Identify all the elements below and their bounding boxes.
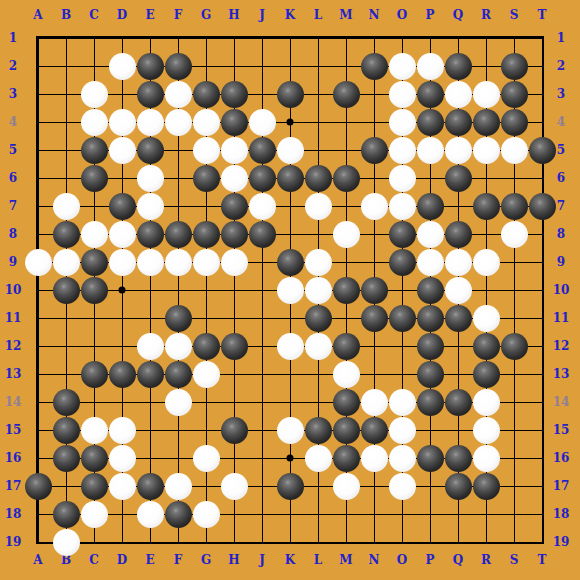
intersection-R5[interactable] (472, 136, 500, 164)
intersection-T12[interactable] (528, 332, 556, 360)
intersection-O10[interactable] (388, 276, 416, 304)
intersection-R12[interactable] (472, 332, 500, 360)
intersection-F8[interactable] (164, 220, 192, 248)
intersection-M13[interactable] (332, 360, 360, 388)
intersection-M14[interactable] (332, 388, 360, 416)
intersection-O15[interactable] (388, 416, 416, 444)
intersection-L16[interactable] (304, 444, 332, 472)
intersection-D9[interactable] (108, 248, 136, 276)
intersection-M3[interactable] (332, 80, 360, 108)
intersection-C10[interactable] (80, 276, 108, 304)
intersection-Q7[interactable] (444, 192, 472, 220)
intersection-K16[interactable] (276, 444, 304, 472)
intersection-B13[interactable] (52, 360, 80, 388)
intersection-E7[interactable] (136, 192, 164, 220)
intersection-B16[interactable] (52, 444, 80, 472)
intersection-S15[interactable] (500, 416, 528, 444)
intersection-R15[interactable] (472, 416, 500, 444)
intersection-F3[interactable] (164, 80, 192, 108)
intersection-P7[interactable] (416, 192, 444, 220)
intersection-H13[interactable] (220, 360, 248, 388)
intersection-Q11[interactable] (444, 304, 472, 332)
intersection-J14[interactable] (248, 388, 276, 416)
intersection-P8[interactable] (416, 220, 444, 248)
intersection-Q17[interactable] (444, 472, 472, 500)
intersection-R14[interactable] (472, 388, 500, 416)
intersection-O6[interactable] (388, 164, 416, 192)
intersection-E19[interactable] (136, 528, 164, 556)
intersection-K7[interactable] (276, 192, 304, 220)
intersection-Q19[interactable] (444, 528, 472, 556)
intersection-M8[interactable] (332, 220, 360, 248)
intersection-R16[interactable] (472, 444, 500, 472)
intersection-L15[interactable] (304, 416, 332, 444)
intersection-D14[interactable] (108, 388, 136, 416)
intersection-H12[interactable] (220, 332, 248, 360)
intersection-B1[interactable] (52, 24, 80, 52)
intersection-E15[interactable] (136, 416, 164, 444)
intersection-K12[interactable] (276, 332, 304, 360)
intersection-L1[interactable] (304, 24, 332, 52)
intersection-T8[interactable] (528, 220, 556, 248)
intersection-K3[interactable] (276, 80, 304, 108)
intersection-M15[interactable] (332, 416, 360, 444)
intersection-Q18[interactable] (444, 500, 472, 528)
intersection-J15[interactable] (248, 416, 276, 444)
intersection-Q16[interactable] (444, 444, 472, 472)
intersection-M1[interactable] (332, 24, 360, 52)
intersection-L9[interactable] (304, 248, 332, 276)
intersection-E1[interactable] (136, 24, 164, 52)
intersection-N8[interactable] (360, 220, 388, 248)
intersection-K14[interactable] (276, 388, 304, 416)
intersection-O14[interactable] (388, 388, 416, 416)
intersection-N4[interactable] (360, 108, 388, 136)
intersection-K18[interactable] (276, 500, 304, 528)
intersection-J10[interactable] (248, 276, 276, 304)
intersection-M2[interactable] (332, 52, 360, 80)
intersection-F4[interactable] (164, 108, 192, 136)
intersection-E12[interactable] (136, 332, 164, 360)
intersection-L3[interactable] (304, 80, 332, 108)
intersection-F14[interactable] (164, 388, 192, 416)
intersection-R17[interactable] (472, 472, 500, 500)
intersection-C13[interactable] (80, 360, 108, 388)
intersection-D2[interactable] (108, 52, 136, 80)
intersection-B7[interactable] (52, 192, 80, 220)
intersection-T18[interactable] (528, 500, 556, 528)
intersection-O7[interactable] (388, 192, 416, 220)
intersection-E16[interactable] (136, 444, 164, 472)
intersection-N12[interactable] (360, 332, 388, 360)
intersection-L4[interactable] (304, 108, 332, 136)
intersection-A3[interactable] (24, 80, 52, 108)
intersection-S17[interactable] (500, 472, 528, 500)
intersection-C5[interactable] (80, 136, 108, 164)
intersection-J13[interactable] (248, 360, 276, 388)
intersection-B18[interactable] (52, 500, 80, 528)
intersection-K9[interactable] (276, 248, 304, 276)
intersection-L10[interactable] (304, 276, 332, 304)
intersection-L17[interactable] (304, 472, 332, 500)
intersection-N6[interactable] (360, 164, 388, 192)
intersection-L18[interactable] (304, 500, 332, 528)
intersection-T14[interactable] (528, 388, 556, 416)
intersection-J4[interactable] (248, 108, 276, 136)
intersection-S9[interactable] (500, 248, 528, 276)
intersection-T17[interactable] (528, 472, 556, 500)
intersection-A19[interactable] (24, 528, 52, 556)
intersection-S19[interactable] (500, 528, 528, 556)
intersection-D13[interactable] (108, 360, 136, 388)
intersection-C11[interactable] (80, 304, 108, 332)
intersection-O9[interactable] (388, 248, 416, 276)
intersection-H3[interactable] (220, 80, 248, 108)
intersection-D7[interactable] (108, 192, 136, 220)
intersection-K13[interactable] (276, 360, 304, 388)
intersection-Q12[interactable] (444, 332, 472, 360)
intersection-G13[interactable] (192, 360, 220, 388)
intersection-E3[interactable] (136, 80, 164, 108)
intersection-E10[interactable] (136, 276, 164, 304)
intersection-M9[interactable] (332, 248, 360, 276)
intersection-G1[interactable] (192, 24, 220, 52)
intersection-B15[interactable] (52, 416, 80, 444)
intersection-P17[interactable] (416, 472, 444, 500)
intersection-O11[interactable] (388, 304, 416, 332)
intersection-P5[interactable] (416, 136, 444, 164)
intersection-O4[interactable] (388, 108, 416, 136)
intersection-K19[interactable] (276, 528, 304, 556)
intersection-K17[interactable] (276, 472, 304, 500)
intersection-P3[interactable] (416, 80, 444, 108)
intersection-F9[interactable] (164, 248, 192, 276)
intersection-N19[interactable] (360, 528, 388, 556)
intersection-A16[interactable] (24, 444, 52, 472)
intersection-Q5[interactable] (444, 136, 472, 164)
intersection-C7[interactable] (80, 192, 108, 220)
intersection-E13[interactable] (136, 360, 164, 388)
intersection-Q4[interactable] (444, 108, 472, 136)
intersection-E11[interactable] (136, 304, 164, 332)
intersection-N2[interactable] (360, 52, 388, 80)
intersection-E18[interactable] (136, 500, 164, 528)
intersection-K5[interactable] (276, 136, 304, 164)
intersection-R9[interactable] (472, 248, 500, 276)
intersection-J18[interactable] (248, 500, 276, 528)
intersection-K15[interactable] (276, 416, 304, 444)
intersection-A14[interactable] (24, 388, 52, 416)
intersection-F1[interactable] (164, 24, 192, 52)
intersection-A13[interactable] (24, 360, 52, 388)
intersection-T15[interactable] (528, 416, 556, 444)
intersection-A6[interactable] (24, 164, 52, 192)
intersection-C9[interactable] (80, 248, 108, 276)
intersection-F10[interactable] (164, 276, 192, 304)
intersection-D10[interactable] (108, 276, 136, 304)
intersection-Q15[interactable] (444, 416, 472, 444)
intersection-B3[interactable] (52, 80, 80, 108)
intersection-K10[interactable] (276, 276, 304, 304)
intersection-R7[interactable] (472, 192, 500, 220)
intersection-F17[interactable] (164, 472, 192, 500)
intersection-D3[interactable] (108, 80, 136, 108)
intersection-G12[interactable] (192, 332, 220, 360)
intersection-R10[interactable] (472, 276, 500, 304)
intersection-J1[interactable] (248, 24, 276, 52)
intersection-E5[interactable] (136, 136, 164, 164)
intersection-H1[interactable] (220, 24, 248, 52)
intersection-B9[interactable] (52, 248, 80, 276)
intersection-C18[interactable] (80, 500, 108, 528)
intersection-B14[interactable] (52, 388, 80, 416)
intersection-H4[interactable] (220, 108, 248, 136)
intersection-O8[interactable] (388, 220, 416, 248)
intersection-J16[interactable] (248, 444, 276, 472)
intersection-F18[interactable] (164, 500, 192, 528)
intersection-R3[interactable] (472, 80, 500, 108)
intersection-G15[interactable] (192, 416, 220, 444)
intersection-S8[interactable] (500, 220, 528, 248)
intersection-D15[interactable] (108, 416, 136, 444)
intersection-H15[interactable] (220, 416, 248, 444)
intersection-J7[interactable] (248, 192, 276, 220)
intersection-S13[interactable] (500, 360, 528, 388)
intersection-O1[interactable] (388, 24, 416, 52)
intersection-T13[interactable] (528, 360, 556, 388)
intersection-A8[interactable] (24, 220, 52, 248)
intersection-K1[interactable] (276, 24, 304, 52)
intersection-Q1[interactable] (444, 24, 472, 52)
intersection-R13[interactable] (472, 360, 500, 388)
intersection-T19[interactable] (528, 528, 556, 556)
intersection-H19[interactable] (220, 528, 248, 556)
intersection-K6[interactable] (276, 164, 304, 192)
intersection-N10[interactable] (360, 276, 388, 304)
intersection-B8[interactable] (52, 220, 80, 248)
intersection-P2[interactable] (416, 52, 444, 80)
intersection-H14[interactable] (220, 388, 248, 416)
intersection-D18[interactable] (108, 500, 136, 528)
intersection-N17[interactable] (360, 472, 388, 500)
intersection-C16[interactable] (80, 444, 108, 472)
intersection-D19[interactable] (108, 528, 136, 556)
intersection-H8[interactable] (220, 220, 248, 248)
intersection-P10[interactable] (416, 276, 444, 304)
intersection-E4[interactable] (136, 108, 164, 136)
intersection-M7[interactable] (332, 192, 360, 220)
intersection-G19[interactable] (192, 528, 220, 556)
intersection-M10[interactable] (332, 276, 360, 304)
intersection-P6[interactable] (416, 164, 444, 192)
intersection-A5[interactable] (24, 136, 52, 164)
intersection-T5[interactable] (528, 136, 556, 164)
intersection-H5[interactable] (220, 136, 248, 164)
intersection-R8[interactable] (472, 220, 500, 248)
intersection-M6[interactable] (332, 164, 360, 192)
intersection-J9[interactable] (248, 248, 276, 276)
intersection-L8[interactable] (304, 220, 332, 248)
intersection-J12[interactable] (248, 332, 276, 360)
intersection-G14[interactable] (192, 388, 220, 416)
intersection-R4[interactable] (472, 108, 500, 136)
intersection-Q9[interactable] (444, 248, 472, 276)
intersection-F16[interactable] (164, 444, 192, 472)
intersection-S11[interactable] (500, 304, 528, 332)
intersection-O17[interactable] (388, 472, 416, 500)
intersection-L12[interactable] (304, 332, 332, 360)
intersection-D4[interactable] (108, 108, 136, 136)
intersection-C1[interactable] (80, 24, 108, 52)
intersection-H16[interactable] (220, 444, 248, 472)
intersection-F12[interactable] (164, 332, 192, 360)
intersection-S12[interactable] (500, 332, 528, 360)
intersection-H17[interactable] (220, 472, 248, 500)
intersection-T16[interactable] (528, 444, 556, 472)
intersection-G18[interactable] (192, 500, 220, 528)
intersection-T7[interactable] (528, 192, 556, 220)
intersection-D11[interactable] (108, 304, 136, 332)
intersection-A4[interactable] (24, 108, 52, 136)
intersection-D5[interactable] (108, 136, 136, 164)
intersection-N15[interactable] (360, 416, 388, 444)
intersection-T11[interactable] (528, 304, 556, 332)
intersection-R6[interactable] (472, 164, 500, 192)
intersection-D1[interactable] (108, 24, 136, 52)
intersection-G8[interactable] (192, 220, 220, 248)
intersection-F2[interactable] (164, 52, 192, 80)
intersection-B6[interactable] (52, 164, 80, 192)
intersection-F6[interactable] (164, 164, 192, 192)
intersection-H9[interactable] (220, 248, 248, 276)
intersection-T6[interactable] (528, 164, 556, 192)
intersection-F15[interactable] (164, 416, 192, 444)
intersection-M4[interactable] (332, 108, 360, 136)
intersection-Q14[interactable] (444, 388, 472, 416)
intersection-G4[interactable] (192, 108, 220, 136)
intersection-E17[interactable] (136, 472, 164, 500)
intersection-G5[interactable] (192, 136, 220, 164)
intersection-M16[interactable] (332, 444, 360, 472)
intersection-S2[interactable] (500, 52, 528, 80)
intersection-N11[interactable] (360, 304, 388, 332)
intersection-L6[interactable] (304, 164, 332, 192)
intersection-L5[interactable] (304, 136, 332, 164)
intersection-A18[interactable] (24, 500, 52, 528)
intersection-B12[interactable] (52, 332, 80, 360)
intersection-A9[interactable] (24, 248, 52, 276)
intersection-F11[interactable] (164, 304, 192, 332)
intersection-B10[interactable] (52, 276, 80, 304)
intersection-S10[interactable] (500, 276, 528, 304)
intersection-E8[interactable] (136, 220, 164, 248)
intersection-O19[interactable] (388, 528, 416, 556)
intersection-P14[interactable] (416, 388, 444, 416)
intersection-M11[interactable] (332, 304, 360, 332)
intersection-N1[interactable] (360, 24, 388, 52)
intersection-P19[interactable] (416, 528, 444, 556)
intersection-D6[interactable] (108, 164, 136, 192)
intersection-N9[interactable] (360, 248, 388, 276)
intersection-C14[interactable] (80, 388, 108, 416)
intersection-B5[interactable] (52, 136, 80, 164)
intersection-H2[interactable] (220, 52, 248, 80)
intersection-D12[interactable] (108, 332, 136, 360)
intersection-P15[interactable] (416, 416, 444, 444)
intersection-O12[interactable] (388, 332, 416, 360)
intersection-A2[interactable] (24, 52, 52, 80)
intersection-S6[interactable] (500, 164, 528, 192)
intersection-C6[interactable] (80, 164, 108, 192)
intersection-P13[interactable] (416, 360, 444, 388)
intersection-G11[interactable] (192, 304, 220, 332)
intersection-Q8[interactable] (444, 220, 472, 248)
intersection-P18[interactable] (416, 500, 444, 528)
intersection-T2[interactable] (528, 52, 556, 80)
intersection-L19[interactable] (304, 528, 332, 556)
intersection-M18[interactable] (332, 500, 360, 528)
intersection-J17[interactable] (248, 472, 276, 500)
intersection-T4[interactable] (528, 108, 556, 136)
intersection-E6[interactable] (136, 164, 164, 192)
intersection-G2[interactable] (192, 52, 220, 80)
intersection-Q13[interactable] (444, 360, 472, 388)
intersection-L14[interactable] (304, 388, 332, 416)
intersection-A17[interactable] (24, 472, 52, 500)
intersection-F5[interactable] (164, 136, 192, 164)
intersection-G10[interactable] (192, 276, 220, 304)
intersection-D16[interactable] (108, 444, 136, 472)
intersection-R19[interactable] (472, 528, 500, 556)
intersection-B2[interactable] (52, 52, 80, 80)
intersection-H6[interactable] (220, 164, 248, 192)
intersection-O2[interactable] (388, 52, 416, 80)
intersection-B17[interactable] (52, 472, 80, 500)
intersection-H10[interactable] (220, 276, 248, 304)
intersection-G7[interactable] (192, 192, 220, 220)
intersection-J5[interactable] (248, 136, 276, 164)
intersection-J2[interactable] (248, 52, 276, 80)
intersection-L13[interactable] (304, 360, 332, 388)
intersection-M5[interactable] (332, 136, 360, 164)
intersection-G16[interactable] (192, 444, 220, 472)
intersection-N3[interactable] (360, 80, 388, 108)
intersection-H18[interactable] (220, 500, 248, 528)
intersection-S16[interactable] (500, 444, 528, 472)
intersection-M19[interactable] (332, 528, 360, 556)
intersection-T1[interactable] (528, 24, 556, 52)
intersection-A7[interactable] (24, 192, 52, 220)
intersection-C17[interactable] (80, 472, 108, 500)
intersection-A10[interactable] (24, 276, 52, 304)
intersection-T3[interactable] (528, 80, 556, 108)
intersection-C12[interactable] (80, 332, 108, 360)
intersection-E14[interactable] (136, 388, 164, 416)
intersection-K2[interactable] (276, 52, 304, 80)
intersection-S18[interactable] (500, 500, 528, 528)
intersection-C8[interactable] (80, 220, 108, 248)
intersection-E2[interactable] (136, 52, 164, 80)
intersection-A11[interactable] (24, 304, 52, 332)
intersection-P12[interactable] (416, 332, 444, 360)
intersection-A12[interactable] (24, 332, 52, 360)
intersection-J8[interactable] (248, 220, 276, 248)
intersection-O3[interactable] (388, 80, 416, 108)
intersection-S4[interactable] (500, 108, 528, 136)
intersection-G17[interactable] (192, 472, 220, 500)
intersection-S5[interactable] (500, 136, 528, 164)
intersection-O5[interactable] (388, 136, 416, 164)
